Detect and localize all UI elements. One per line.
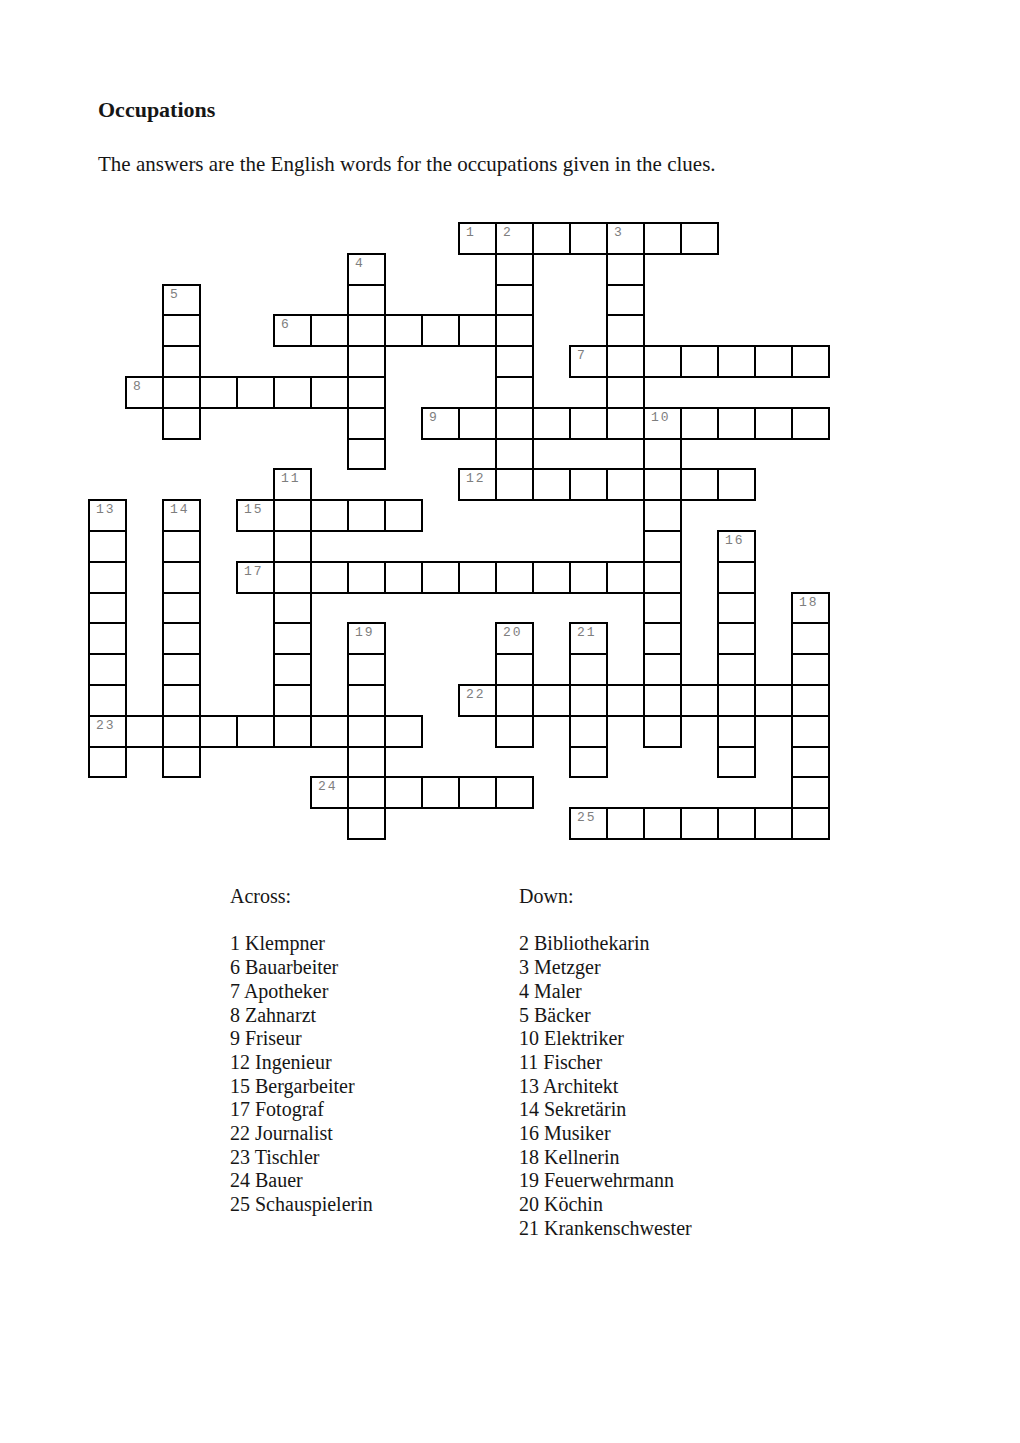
grid-cell-r10c16[interactable] [643,499,682,532]
grid-cell-r5c17[interactable] [680,345,719,378]
grid-cell-r12c6[interactable] [273,561,312,594]
grid-cell-r1c16[interactable] [643,222,682,255]
page-title: Occupations [98,97,215,123]
grid-cell-r19c12[interactable] [495,776,534,809]
clue-number-22: 22 [460,686,495,701]
grid-cell-r7c12[interactable] [495,407,534,440]
down-clue-21: 21 Krankenschwester [519,1217,692,1241]
grid-cell-r10c7[interactable] [310,499,349,532]
grid-cell-r7c20[interactable] [791,407,830,440]
grid-cell-r9c17[interactable] [680,468,719,501]
grid-cell-r7c8[interactable] [347,407,386,440]
grid-cell-r10c5[interactable]: 15 [236,499,275,532]
grid-cell-r9c16[interactable] [643,468,682,501]
clue-number-9: 9 [423,409,458,424]
grid-cell-r16c18[interactable] [717,684,756,717]
grid-cell-r16c11[interactable]: 22 [458,684,497,717]
grid-cell-r17c3[interactable] [162,715,201,748]
grid-cell-r17c2[interactable] [125,715,164,748]
down-clue-14: 14 Sekretärin [519,1098,692,1122]
grid-cell-r16c17[interactable] [680,684,719,717]
grid-cell-r4c12[interactable] [495,314,534,347]
grid-cell-r14c14[interactable]: 21 [569,622,608,655]
grid-cell-r14c12[interactable]: 20 [495,622,534,655]
across-clues-section: Across: 1 Klempner6 Bauarbeiter7 Apothek… [230,885,373,1217]
grid-cell-r16c12[interactable] [495,684,534,717]
across-clue-1: 1 Klempner [230,932,373,956]
down-clue-19: 19 Feuerwehrmann [519,1169,692,1193]
grid-cell-r18c3[interactable] [162,746,201,779]
clue-number-21: 21 [571,624,606,639]
grid-cell-r7c3[interactable] [162,407,201,440]
grid-cell-r10c8[interactable] [347,499,386,532]
across-clue-8: 8 Zahnarzt [230,1004,373,1028]
grid-cell-r17c16[interactable] [643,715,682,748]
grid-cell-r4c3[interactable] [162,314,201,347]
grid-cell-r17c20[interactable] [791,715,830,748]
grid-cell-r15c1[interactable] [88,653,127,686]
grid-cell-r4c8[interactable] [347,314,386,347]
down-clue-5: 5 Bäcker [519,1004,692,1028]
grid-cell-r6c6[interactable] [273,376,312,409]
clue-number-6: 6 [275,316,310,331]
grid-cell-r19c11[interactable] [458,776,497,809]
across-clue-12: 12 Ingenieur [230,1051,373,1075]
grid-cell-r9c13[interactable] [532,468,571,501]
grid-cell-r17c4[interactable] [199,715,238,748]
clue-number-23: 23 [90,717,125,732]
clue-number-7: 7 [571,347,606,362]
grid-cell-r18c20[interactable] [791,746,830,779]
grid-cell-r12c11[interactable] [458,561,497,594]
grid-cell-r12c18[interactable] [717,561,756,594]
grid-cell-r18c1[interactable] [88,746,127,779]
grid-cell-r17c14[interactable] [569,715,608,748]
grid-cell-r12c16[interactable] [643,561,682,594]
grid-cell-r3c15[interactable] [606,284,645,317]
grid-cell-r15c20[interactable] [791,653,830,686]
grid-cell-r16c15[interactable] [606,684,645,717]
grid-cell-r14c6[interactable] [273,622,312,655]
grid-cell-r1c12[interactable]: 2 [495,222,534,255]
page-subtitle: The answers are the English words for th… [98,151,716,177]
grid-cell-r14c18[interactable] [717,622,756,655]
clue-number-20: 20 [497,624,532,639]
grid-cell-r15c8[interactable] [347,653,386,686]
grid-cell-r4c10[interactable] [421,314,460,347]
grid-cell-r4c15[interactable] [606,314,645,347]
grid-cell-r8c16[interactable] [643,438,682,471]
grid-cell-r4c11[interactable] [458,314,497,347]
grid-cell-r10c9[interactable] [384,499,423,532]
grid-cell-r14c1[interactable] [88,622,127,655]
clue-number-5: 5 [164,286,199,301]
down-clue-list: 2 Bibliothekarin3 Metzger4 Maler5 Bäcker… [519,932,692,1240]
grid-cell-r12c5[interactable]: 17 [236,561,275,594]
grid-cell-r15c3[interactable] [162,653,201,686]
across-clue-7: 7 Apotheker [230,980,373,1004]
down-clues-section: Down: 2 Bibliothekarin3 Metzger4 Maler5 … [519,885,692,1241]
grid-cell-r12c12[interactable] [495,561,534,594]
grid-cell-r5c20[interactable] [791,345,830,378]
grid-cell-r8c8[interactable] [347,438,386,471]
grid-cell-r6c3[interactable] [162,376,201,409]
grid-cell-r19c8[interactable] [347,776,386,809]
grid-cell-r12c15[interactable] [606,561,645,594]
down-clue-16: 16 Musiker [519,1122,692,1146]
grid-cell-r16c20[interactable] [791,684,830,717]
grid-cell-r12c9[interactable] [384,561,423,594]
grid-cell-r6c12[interactable] [495,376,534,409]
grid-cell-r12c3[interactable] [162,561,201,594]
grid-cell-r1c14[interactable] [569,222,608,255]
down-clue-10: 10 Elektriker [519,1027,692,1051]
grid-cell-r10c1[interactable]: 13 [88,499,127,532]
grid-cell-r14c20[interactable] [791,622,830,655]
across-clue-25: 25 Schauspielerin [230,1193,373,1217]
grid-cell-r17c9[interactable] [384,715,423,748]
grid-cell-r14c8[interactable]: 19 [347,622,386,655]
grid-cell-r10c6[interactable] [273,499,312,532]
grid-cell-r15c6[interactable] [273,653,312,686]
grid-cell-r11c1[interactable] [88,530,127,563]
grid-cell-r1c13[interactable] [532,222,571,255]
grid-cell-r2c15[interactable] [606,253,645,286]
grid-cell-r1c15[interactable]: 3 [606,222,645,255]
grid-cell-r16c19[interactable] [754,684,793,717]
grid-cell-r7c18[interactable] [717,407,756,440]
grid-cell-r19c20[interactable] [791,776,830,809]
grid-cell-r16c14[interactable] [569,684,608,717]
grid-cell-r5c19[interactable] [754,345,793,378]
grid-cell-r17c8[interactable] [347,715,386,748]
clue-number-16: 16 [719,532,754,547]
grid-cell-r7c17[interactable] [680,407,719,440]
grid-cell-r20c14[interactable]: 25 [569,807,608,840]
clue-number-13: 13 [90,501,125,516]
grid-cell-r12c14[interactable] [569,561,608,594]
grid-cell-r17c7[interactable] [310,715,349,748]
grid-cell-r7c14[interactable] [569,407,608,440]
grid-cell-r11c3[interactable] [162,530,201,563]
grid-cell-r9c18[interactable] [717,468,756,501]
grid-cell-r19c10[interactable] [421,776,460,809]
down-clue-11: 11 Fischer [519,1051,692,1075]
grid-cell-r18c8[interactable] [347,746,386,779]
grid-cell-r7c16[interactable]: 10 [643,407,682,440]
grid-cell-r20c15[interactable] [606,807,645,840]
grid-cell-r17c5[interactable] [236,715,275,748]
clue-number-25: 25 [571,809,606,824]
across-clue-9: 9 Friseur [230,1027,373,1051]
grid-cell-r11c18[interactable]: 16 [717,530,756,563]
down-clue-18: 18 Kellnerin [519,1146,692,1170]
across-clue-24: 24 Bauer [230,1169,373,1193]
grid-cell-r12c1[interactable] [88,561,127,594]
across-clue-6: 6 Bauarbeiter [230,956,373,980]
crossword-grid: 1234567891011121314151617181920212223242… [88,222,830,840]
grid-cell-r20c17[interactable] [680,807,719,840]
grid-cell-r9c15[interactable] [606,468,645,501]
grid-cell-r12c7[interactable] [310,561,349,594]
grid-cell-r5c12[interactable] [495,345,534,378]
grid-cell-r6c15[interactable] [606,376,645,409]
grid-cell-r6c7[interactable] [310,376,349,409]
grid-cell-r7c13[interactable] [532,407,571,440]
clue-number-12: 12 [460,470,495,485]
grid-cell-r2c12[interactable] [495,253,534,286]
grid-cell-r7c10[interactable]: 9 [421,407,460,440]
grid-cell-r14c3[interactable] [162,622,201,655]
grid-cell-r15c16[interactable] [643,653,682,686]
grid-cell-r17c18[interactable] [717,715,756,748]
grid-cell-r16c3[interactable] [162,684,201,717]
grid-cell-r4c6[interactable]: 6 [273,314,312,347]
grid-cell-r3c3[interactable]: 5 [162,284,201,317]
clue-number-4: 4 [349,255,384,270]
clue-number-17: 17 [238,563,273,578]
grid-cell-r10c3[interactable]: 14 [162,499,201,532]
grid-cell-r13c3[interactable] [162,592,201,625]
grid-cell-r20c19[interactable] [754,807,793,840]
down-clue-2: 2 Bibliothekarin [519,932,692,956]
clue-number-18: 18 [793,594,828,609]
grid-cell-r18c14[interactable] [569,746,608,779]
across-clue-list: 1 Klempner6 Bauarbeiter7 Apotheker8 Zahn… [230,932,373,1216]
grid-cell-r20c8[interactable] [347,807,386,840]
clue-number-2: 2 [497,224,532,239]
grid-cell-r6c2[interactable]: 8 [125,376,164,409]
grid-cell-r5c16[interactable] [643,345,682,378]
grid-cell-r7c15[interactable] [606,407,645,440]
down-clue-3: 3 Metzger [519,956,692,980]
across-heading: Across: [230,885,373,909]
grid-cell-r9c14[interactable] [569,468,608,501]
clue-number-10: 10 [645,409,680,424]
grid-cell-r4c9[interactable] [384,314,423,347]
grid-cell-r2c8[interactable]: 4 [347,253,386,286]
grid-cell-r16c16[interactable] [643,684,682,717]
grid-cell-r8c12[interactable] [495,438,534,471]
clue-number-15: 15 [238,501,273,516]
grid-cell-r5c18[interactable] [717,345,756,378]
clue-number-14: 14 [164,501,199,516]
grid-cell-r20c18[interactable] [717,807,756,840]
grid-cell-r16c6[interactable] [273,684,312,717]
across-clue-23: 23 Tischler [230,1146,373,1170]
grid-cell-r17c6[interactable] [273,715,312,748]
down-clue-13: 13 Architekt [519,1075,692,1099]
grid-cell-r7c11[interactable] [458,407,497,440]
grid-cell-r3c12[interactable] [495,284,534,317]
grid-cell-r5c15[interactable] [606,345,645,378]
grid-cell-r12c8[interactable] [347,561,386,594]
across-clue-17: 17 Fotograf [230,1098,373,1122]
grid-cell-r19c9[interactable] [384,776,423,809]
grid-cell-r12c10[interactable] [421,561,460,594]
clue-number-11: 11 [275,470,310,485]
clue-number-19: 19 [349,624,384,639]
grid-cell-r15c18[interactable] [717,653,756,686]
grid-cell-r5c8[interactable] [347,345,386,378]
across-clue-22: 22 Journalist [230,1122,373,1146]
grid-cell-r18c18[interactable] [717,746,756,779]
down-clue-20: 20 Köchin [519,1193,692,1217]
grid-cell-r12c13[interactable] [532,561,571,594]
grid-cell-r17c1[interactable]: 23 [88,715,127,748]
grid-cell-r6c5[interactable] [236,376,275,409]
grid-cell-r5c14[interactable]: 7 [569,345,608,378]
grid-cell-r9c11[interactable]: 12 [458,468,497,501]
grid-cell-r4c7[interactable] [310,314,349,347]
grid-cell-r3c8[interactable] [347,284,386,317]
grid-cell-r13c6[interactable] [273,592,312,625]
grid-cell-r13c16[interactable] [643,592,682,625]
grid-cell-r16c13[interactable] [532,684,571,717]
grid-cell-r5c3[interactable] [162,345,201,378]
grid-cell-r16c8[interactable] [347,684,386,717]
down-clue-4: 4 Maler [519,980,692,1004]
grid-cell-r9c12[interactable] [495,468,534,501]
grid-cell-r16c1[interactable] [88,684,127,717]
grid-cell-r17c12[interactable] [495,715,534,748]
grid-cell-r13c20[interactable]: 18 [791,592,830,625]
worksheet-page: Occupations The answers are the English … [0,0,1020,1443]
grid-cell-r15c12[interactable] [495,653,534,686]
grid-cell-r20c16[interactable] [643,807,682,840]
clue-number-24: 24 [312,778,347,793]
grid-cell-r6c8[interactable] [347,376,386,409]
clue-number-3: 3 [608,224,643,239]
grid-cell-r11c16[interactable] [643,530,682,563]
grid-cell-r9c6[interactable]: 11 [273,468,312,501]
across-clue-15: 15 Bergarbeiter [230,1075,373,1099]
grid-cell-r11c6[interactable] [273,530,312,563]
grid-cell-r1c17[interactable] [680,222,719,255]
grid-cell-r13c1[interactable] [88,592,127,625]
down-heading: Down: [519,885,692,909]
grid-cell-r7c19[interactable] [754,407,793,440]
clue-number-8: 8 [127,378,162,393]
clue-number-1: 1 [460,224,495,239]
grid-cell-r14c16[interactable] [643,622,682,655]
grid-cell-r13c18[interactable] [717,592,756,625]
grid-cell-r19c7[interactable]: 24 [310,776,349,809]
grid-cell-r20c20[interactable] [791,807,830,840]
grid-cell-r1c11[interactable]: 1 [458,222,497,255]
grid-cell-r6c4[interactable] [199,376,238,409]
grid-cell-r15c14[interactable] [569,653,608,686]
